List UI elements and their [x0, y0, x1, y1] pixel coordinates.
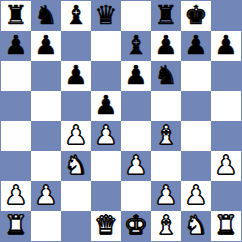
square-h3[interactable]: ♟ — [211, 151, 241, 181]
square-e5[interactable] — [121, 91, 151, 121]
square-e3[interactable]: ♟ — [121, 151, 151, 181]
square-b4[interactable] — [31, 121, 61, 151]
white-knight-piece[interactable]: ♞ — [64, 152, 87, 178]
white-pawn-piece[interactable]: ♟ — [124, 152, 147, 178]
square-b1[interactable] — [31, 211, 61, 241]
chess-board: ♜♞♝♛♜♚♟♟♝♟♟♟♟♟♞♟♟♟♝♞♟♟♟♟♟♟♜♛♚♝♞♜ — [0, 0, 242, 242]
square-a6[interactable] — [1, 61, 31, 91]
square-b8[interactable]: ♞ — [31, 1, 61, 31]
square-h4[interactable] — [211, 121, 241, 151]
black-pawn-piece[interactable]: ♟ — [154, 32, 177, 58]
square-c3[interactable]: ♞ — [61, 151, 91, 181]
white-pawn-piece[interactable]: ♟ — [94, 122, 117, 148]
square-g6[interactable] — [181, 61, 211, 91]
white-rook-piece[interactable]: ♜ — [4, 212, 27, 238]
square-h7[interactable]: ♟ — [211, 31, 241, 61]
black-knight-piece[interactable]: ♞ — [34, 2, 57, 28]
square-e4[interactable] — [121, 121, 151, 151]
square-e6[interactable]: ♟ — [121, 61, 151, 91]
black-pawn-piece[interactable]: ♟ — [214, 32, 237, 58]
black-knight-piece[interactable]: ♞ — [154, 62, 177, 88]
square-e7[interactable]: ♝ — [121, 31, 151, 61]
square-f6[interactable]: ♞ — [151, 61, 181, 91]
square-c7[interactable] — [61, 31, 91, 61]
square-g1[interactable]: ♞ — [181, 211, 211, 241]
square-b7[interactable]: ♟ — [31, 31, 61, 61]
square-f2[interactable]: ♟ — [151, 181, 181, 211]
black-rook-piece[interactable]: ♜ — [154, 2, 177, 28]
square-c1[interactable] — [61, 211, 91, 241]
square-h2[interactable] — [211, 181, 241, 211]
white-queen-piece[interactable]: ♛ — [94, 212, 117, 238]
square-a3[interactable] — [1, 151, 31, 181]
square-g8[interactable]: ♚ — [181, 1, 211, 31]
black-queen-piece[interactable]: ♛ — [94, 2, 117, 28]
black-pawn-piece[interactable]: ♟ — [94, 92, 117, 118]
square-g4[interactable] — [181, 121, 211, 151]
black-bishop-piece[interactable]: ♝ — [64, 2, 87, 28]
square-d7[interactable] — [91, 31, 121, 61]
chess-app: ♜♞♝♛♜♚♟♟♝♟♟♟♟♟♞♟♟♟♝♞♟♟♟♟♟♟♜♛♚♝♞♜ — [0, 0, 242, 242]
square-d6[interactable] — [91, 61, 121, 91]
square-c6[interactable]: ♟ — [61, 61, 91, 91]
black-bishop-piece[interactable]: ♝ — [124, 32, 147, 58]
square-d5[interactable]: ♟ — [91, 91, 121, 121]
white-pawn-piece[interactable]: ♟ — [4, 182, 27, 208]
square-a7[interactable]: ♟ — [1, 31, 31, 61]
white-bishop-piece[interactable]: ♝ — [154, 122, 177, 148]
white-king-piece[interactable]: ♚ — [124, 212, 147, 238]
black-pawn-piece[interactable]: ♟ — [4, 32, 27, 58]
square-a8[interactable]: ♜ — [1, 1, 31, 31]
square-c2[interactable] — [61, 181, 91, 211]
square-d3[interactable] — [91, 151, 121, 181]
square-b6[interactable] — [31, 61, 61, 91]
square-c5[interactable] — [61, 91, 91, 121]
white-knight-piece[interactable]: ♞ — [184, 212, 207, 238]
square-g3[interactable] — [181, 151, 211, 181]
black-king-piece[interactable]: ♚ — [184, 2, 207, 28]
square-g5[interactable] — [181, 91, 211, 121]
square-f7[interactable]: ♟ — [151, 31, 181, 61]
black-rook-piece[interactable]: ♜ — [4, 2, 27, 28]
square-a4[interactable] — [1, 121, 31, 151]
square-f3[interactable] — [151, 151, 181, 181]
white-pawn-piece[interactable]: ♟ — [154, 182, 177, 208]
square-b5[interactable] — [31, 91, 61, 121]
black-pawn-piece[interactable]: ♟ — [34, 32, 57, 58]
square-h1[interactable]: ♜ — [211, 211, 241, 241]
square-b2[interactable]: ♟ — [31, 181, 61, 211]
white-pawn-piece[interactable]: ♟ — [214, 152, 237, 178]
square-b3[interactable] — [31, 151, 61, 181]
square-c8[interactable]: ♝ — [61, 1, 91, 31]
white-pawn-piece[interactable]: ♟ — [34, 182, 57, 208]
square-d8[interactable]: ♛ — [91, 1, 121, 31]
square-g2[interactable]: ♟ — [181, 181, 211, 211]
white-rook-piece[interactable]: ♜ — [214, 212, 237, 238]
square-a1[interactable]: ♜ — [1, 211, 31, 241]
square-a2[interactable]: ♟ — [1, 181, 31, 211]
white-bishop-piece[interactable]: ♝ — [154, 212, 177, 238]
square-e1[interactable]: ♚ — [121, 211, 151, 241]
square-c4[interactable]: ♟ — [61, 121, 91, 151]
black-pawn-piece[interactable]: ♟ — [184, 32, 207, 58]
black-pawn-piece[interactable]: ♟ — [124, 62, 147, 88]
square-d2[interactable] — [91, 181, 121, 211]
square-e2[interactable] — [121, 181, 151, 211]
square-h8[interactable] — [211, 1, 241, 31]
square-d1[interactable]: ♛ — [91, 211, 121, 241]
white-pawn-piece[interactable]: ♟ — [184, 182, 207, 208]
square-f5[interactable] — [151, 91, 181, 121]
square-f1[interactable]: ♝ — [151, 211, 181, 241]
black-pawn-piece[interactable]: ♟ — [64, 62, 87, 88]
square-f8[interactable]: ♜ — [151, 1, 181, 31]
square-d4[interactable]: ♟ — [91, 121, 121, 151]
square-f4[interactable]: ♝ — [151, 121, 181, 151]
square-h5[interactable] — [211, 91, 241, 121]
square-h6[interactable] — [211, 61, 241, 91]
white-pawn-piece[interactable]: ♟ — [64, 122, 87, 148]
square-g7[interactable]: ♟ — [181, 31, 211, 61]
square-e8[interactable] — [121, 1, 151, 31]
square-a5[interactable] — [1, 91, 31, 121]
